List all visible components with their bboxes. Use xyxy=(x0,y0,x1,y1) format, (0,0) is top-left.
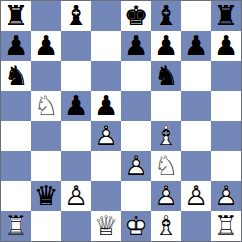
square-d3[interactable] xyxy=(91,151,121,181)
square-f7[interactable]: ♟♟ xyxy=(151,31,181,61)
black-pawn-glyph: ♟ xyxy=(61,91,91,121)
square-d2[interactable] xyxy=(91,181,121,211)
square-d4[interactable]: ♟♙ xyxy=(91,121,121,151)
square-c2[interactable]: ♟♙ xyxy=(61,181,91,211)
square-e8[interactable]: ♚♚ xyxy=(121,1,151,31)
square-b4[interactable] xyxy=(31,121,61,151)
black-bishop-glyph: ♝ xyxy=(151,1,181,31)
square-h4[interactable] xyxy=(211,121,241,151)
black-bishop-glyph: ♝ xyxy=(61,1,91,31)
square-d7[interactable] xyxy=(91,31,121,61)
square-c7[interactable] xyxy=(61,31,91,61)
black-pawn-glyph: ♟ xyxy=(151,31,181,61)
black-pawn[interactable]: ♟♟ xyxy=(31,31,61,61)
square-e2[interactable] xyxy=(121,181,151,211)
black-queen-glyph: ♛ xyxy=(31,181,61,211)
black-pawn[interactable]: ♟♟ xyxy=(211,31,241,61)
square-h6[interactable] xyxy=(211,61,241,91)
white-knight-glyph: ♘ xyxy=(31,91,61,121)
white-queen-glyph: ♕ xyxy=(91,211,121,241)
square-f2[interactable]: ♟♙ xyxy=(151,181,181,211)
white-pawn[interactable]: ♟♙ xyxy=(61,181,91,211)
black-rook[interactable]: ♜♜ xyxy=(1,1,31,31)
square-c8[interactable]: ♝♝ xyxy=(61,1,91,31)
chess-board: ♜♜♝♝♚♚♝♝♜♜♟♟♟♟♟♟♟♟♟♟♟♟♞♞♞♞♞♘♟♟♟♟♟♙♝♗♟♙♞♘… xyxy=(0,0,242,242)
square-c6[interactable] xyxy=(61,61,91,91)
square-f8[interactable]: ♝♝ xyxy=(151,1,181,31)
square-g1[interactable] xyxy=(181,211,211,241)
square-a8[interactable]: ♜♜ xyxy=(1,1,31,31)
square-a2[interactable] xyxy=(1,181,31,211)
white-pawn[interactable]: ♟♙ xyxy=(91,121,121,151)
black-knight-glyph: ♞ xyxy=(1,61,31,91)
black-bishop[interactable]: ♝♝ xyxy=(151,1,181,31)
square-a4[interactable] xyxy=(1,121,31,151)
white-pawn-glyph: ♙ xyxy=(61,181,91,211)
square-g2[interactable]: ♟♙ xyxy=(181,181,211,211)
square-b5[interactable]: ♞♘ xyxy=(31,91,61,121)
square-e3[interactable]: ♟♙ xyxy=(121,151,151,181)
white-rook[interactable]: ♜♖ xyxy=(211,211,241,241)
black-knight[interactable]: ♞♞ xyxy=(1,61,31,91)
white-pawn[interactable]: ♟♙ xyxy=(211,181,241,211)
black-pawn[interactable]: ♟♟ xyxy=(121,31,151,61)
white-bishop-glyph: ♗ xyxy=(151,211,181,241)
square-a5[interactable] xyxy=(1,91,31,121)
white-pawn-glyph: ♙ xyxy=(181,181,211,211)
square-g4[interactable] xyxy=(181,121,211,151)
white-rook-glyph: ♖ xyxy=(211,211,241,241)
square-d8[interactable] xyxy=(91,1,121,31)
square-g8[interactable] xyxy=(181,1,211,31)
white-knight[interactable]: ♞♘ xyxy=(151,151,181,181)
white-pawn-glyph: ♙ xyxy=(151,181,181,211)
square-a7[interactable]: ♟♟ xyxy=(1,31,31,61)
square-b2[interactable]: ♛♛ xyxy=(31,181,61,211)
white-pawn-glyph: ♙ xyxy=(91,121,121,151)
white-pawn-glyph: ♙ xyxy=(211,181,241,211)
square-g3[interactable] xyxy=(181,151,211,181)
white-king-glyph: ♔ xyxy=(121,211,151,241)
square-e7[interactable]: ♟♟ xyxy=(121,31,151,61)
square-e1[interactable]: ♚♔ xyxy=(121,211,151,241)
square-d5[interactable]: ♟♟ xyxy=(91,91,121,121)
square-c1[interactable] xyxy=(61,211,91,241)
black-rook-glyph: ♜ xyxy=(1,1,31,31)
square-b1[interactable] xyxy=(31,211,61,241)
white-pawn[interactable]: ♟♙ xyxy=(121,151,151,181)
black-king-glyph: ♚ xyxy=(121,1,151,31)
square-h2[interactable]: ♟♙ xyxy=(211,181,241,211)
square-e4[interactable] xyxy=(121,121,151,151)
black-knight[interactable]: ♞♞ xyxy=(151,61,181,91)
black-pawn-glyph: ♟ xyxy=(211,31,241,61)
black-pawn-glyph: ♟ xyxy=(181,31,211,61)
white-queen[interactable]: ♛♕ xyxy=(91,211,121,241)
square-c4[interactable] xyxy=(61,121,91,151)
square-g7[interactable]: ♟♟ xyxy=(181,31,211,61)
black-pawn-glyph: ♟ xyxy=(1,31,31,61)
black-rook[interactable]: ♜♜ xyxy=(211,1,241,31)
white-bishop[interactable]: ♝♗ xyxy=(151,211,181,241)
white-knight[interactable]: ♞♘ xyxy=(31,91,61,121)
white-rook[interactable]: ♜♖ xyxy=(1,211,31,241)
white-pawn[interactable]: ♟♙ xyxy=(181,181,211,211)
white-bishop[interactable]: ♝♗ xyxy=(151,121,181,151)
black-pawn[interactable]: ♟♟ xyxy=(61,91,91,121)
white-rook-glyph: ♖ xyxy=(1,211,31,241)
black-pawn[interactable]: ♟♟ xyxy=(181,31,211,61)
square-a3[interactable] xyxy=(1,151,31,181)
square-f3[interactable]: ♞♘ xyxy=(151,151,181,181)
square-d1[interactable]: ♛♕ xyxy=(91,211,121,241)
square-e5[interactable] xyxy=(121,91,151,121)
square-h5[interactable] xyxy=(211,91,241,121)
square-d6[interactable] xyxy=(91,61,121,91)
square-a6[interactable]: ♞♞ xyxy=(1,61,31,91)
black-bishop[interactable]: ♝♝ xyxy=(61,1,91,31)
square-b7[interactable]: ♟♟ xyxy=(31,31,61,61)
chess-board-container: ♜♜♝♝♚♚♝♝♜♜♟♟♟♟♟♟♟♟♟♟♟♟♞♞♞♞♞♘♟♟♟♟♟♙♝♗♟♙♞♘… xyxy=(0,0,242,242)
black-pawn[interactable]: ♟♟ xyxy=(1,31,31,61)
white-pawn-glyph: ♙ xyxy=(121,151,151,181)
black-pawn[interactable]: ♟♟ xyxy=(151,31,181,61)
black-pawn-glyph: ♟ xyxy=(121,31,151,61)
white-pawn[interactable]: ♟♙ xyxy=(151,181,181,211)
square-e6[interactable] xyxy=(121,61,151,91)
white-knight-glyph: ♘ xyxy=(151,151,181,181)
white-king[interactable]: ♚♔ xyxy=(121,211,151,241)
square-a1[interactable]: ♜♖ xyxy=(1,211,31,241)
square-h7[interactable]: ♟♟ xyxy=(211,31,241,61)
black-knight-glyph: ♞ xyxy=(151,61,181,91)
black-pawn[interactable]: ♟♟ xyxy=(91,91,121,121)
black-rook-glyph: ♜ xyxy=(211,1,241,31)
square-b8[interactable] xyxy=(31,1,61,31)
square-h1[interactable]: ♜♖ xyxy=(211,211,241,241)
square-c3[interactable] xyxy=(61,151,91,181)
black-king[interactable]: ♚♚ xyxy=(121,1,151,31)
square-g5[interactable] xyxy=(181,91,211,121)
black-queen[interactable]: ♛♛ xyxy=(31,181,61,211)
square-f6[interactable]: ♞♞ xyxy=(151,61,181,91)
white-bishop-glyph: ♗ xyxy=(151,121,181,151)
square-g6[interactable] xyxy=(181,61,211,91)
square-b6[interactable] xyxy=(31,61,61,91)
square-h3[interactable] xyxy=(211,151,241,181)
square-f4[interactable]: ♝♗ xyxy=(151,121,181,151)
square-f1[interactable]: ♝♗ xyxy=(151,211,181,241)
black-pawn-glyph: ♟ xyxy=(31,31,61,61)
square-f5[interactable] xyxy=(151,91,181,121)
square-b3[interactable] xyxy=(31,151,61,181)
black-pawn-glyph: ♟ xyxy=(91,91,121,121)
square-h8[interactable]: ♜♜ xyxy=(211,1,241,31)
square-c5[interactable]: ♟♟ xyxy=(61,91,91,121)
